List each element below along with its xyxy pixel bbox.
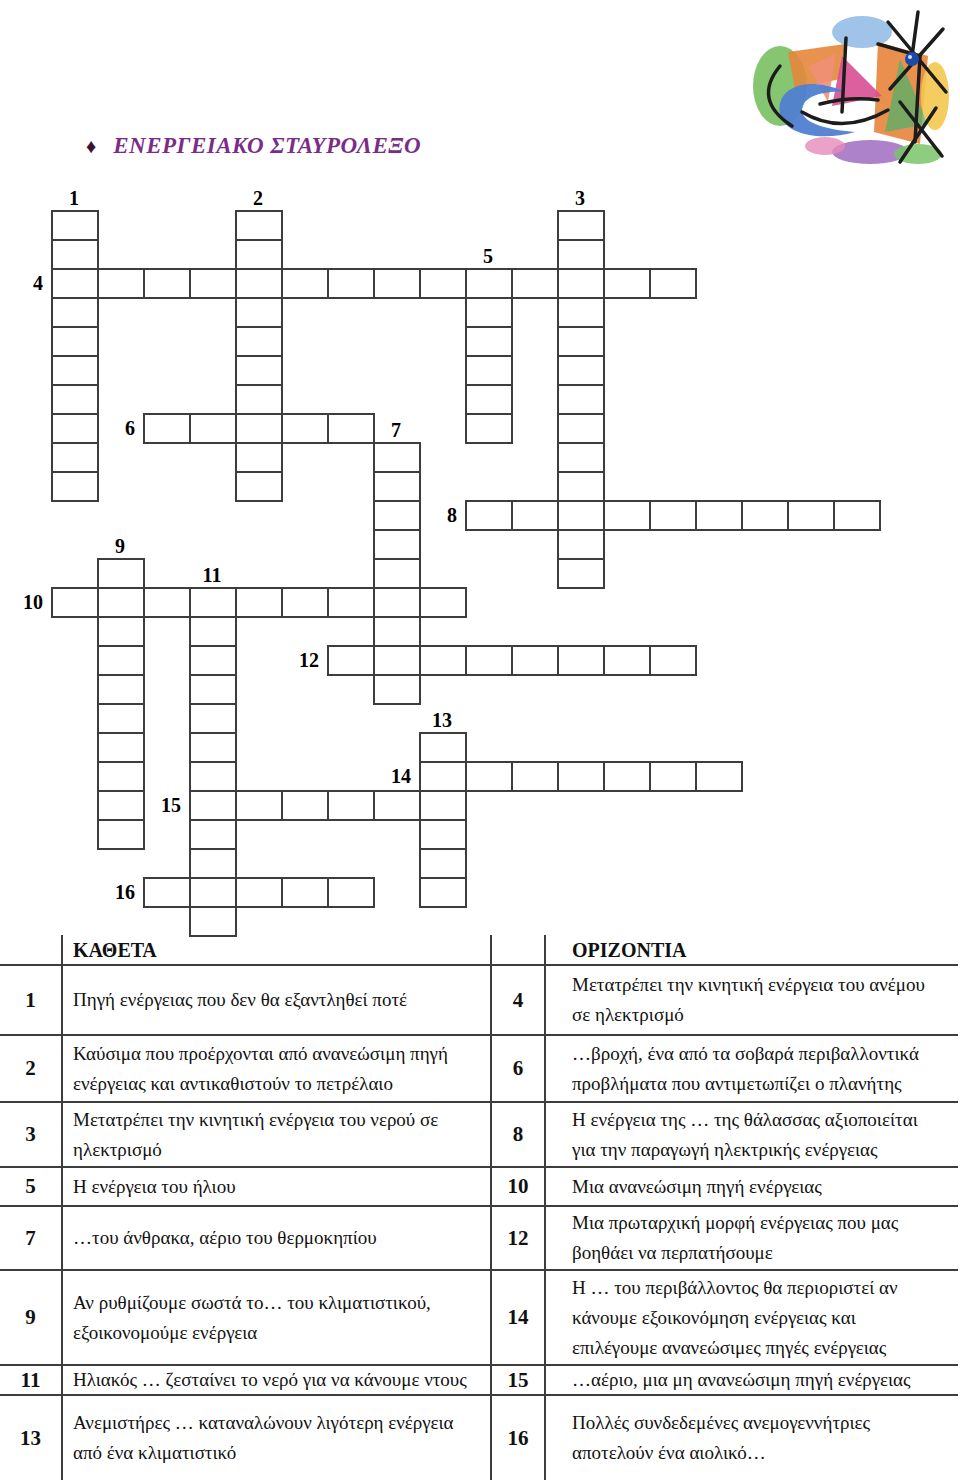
grid-cell[interactable] [465, 268, 513, 299]
clue-text-across: Η … του περιβάλλοντος θα περιοριστεί αν … [546, 1271, 958, 1364]
grid-clue-number-13: 13 [411, 708, 473, 732]
grid-cell[interactable] [373, 645, 421, 676]
across-number-column-header [492, 935, 546, 964]
grid-cell[interactable] [281, 587, 329, 618]
clue-number-down: 13 [0, 1396, 63, 1480]
grid-cell[interactable] [51, 384, 99, 415]
grid-cell[interactable] [189, 877, 237, 908]
grid-cell[interactable] [51, 471, 99, 502]
grid-clue-number-5: 5 [457, 244, 519, 268]
clue-number-down: 1 [0, 966, 63, 1034]
grid-clue-number-2: 2 [227, 186, 289, 210]
grid-cell[interactable] [97, 761, 145, 792]
grid-cell[interactable] [557, 558, 605, 589]
grid-cell[interactable] [281, 268, 329, 299]
grid-cell[interactable] [235, 442, 283, 473]
clue-text-down: Ανεμιστήρες … καταναλώνουν λιγότερη ενέρ… [63, 1396, 492, 1480]
across-header: ΟΡΙΖΟΝΤΙΑ [546, 935, 958, 964]
grid-cell[interactable] [235, 413, 283, 444]
grid-cell[interactable] [373, 558, 421, 589]
grid-cell[interactable] [235, 326, 283, 357]
grid-cell[interactable] [97, 674, 145, 705]
clue-row: 11 Ηλιακός … ζεσταίνει το νερό για να κά… [0, 1364, 958, 1394]
grid-cell[interactable] [51, 355, 99, 386]
grid-cell[interactable] [787, 500, 835, 531]
grid-cell[interactable] [649, 761, 697, 792]
grid-cell[interactable] [327, 268, 375, 299]
grid-cell[interactable] [557, 761, 605, 792]
energy-clipart-icon [750, 4, 950, 169]
down-number-column-header [0, 935, 63, 964]
grid-cell[interactable] [281, 790, 329, 821]
grid-cell[interactable] [557, 297, 605, 328]
grid-cell[interactable] [833, 500, 881, 531]
clue-text-across: …αέριο, μια μη ανανεώσιμη πηγή ενέργειας [546, 1366, 958, 1394]
grid-cell[interactable] [235, 587, 283, 618]
grid-clue-number-8: 8 [403, 500, 457, 531]
grid-cell[interactable] [557, 239, 605, 270]
grid-cell[interactable] [143, 587, 191, 618]
grid-clue-number-7: 7 [365, 418, 427, 442]
grid-cell[interactable] [51, 442, 99, 473]
grid-cell[interactable] [557, 413, 605, 444]
crossword-grid: 12345678910111213141516 [51, 210, 879, 935]
clue-text-across: Μια πρωταρχική μορφή ενέργειας που μας β… [546, 1207, 958, 1269]
clue-number-across: 14 [492, 1271, 546, 1364]
clue-text-down: Η ενέργεια του ήλιου [63, 1168, 492, 1205]
grid-cell[interactable] [235, 790, 283, 821]
grid-cell[interactable] [419, 790, 467, 821]
grid-cell[interactable] [695, 500, 743, 531]
grid-cell[interactable] [557, 500, 605, 531]
grid-clue-number-9: 9 [89, 534, 151, 558]
grid-cell[interactable] [189, 761, 237, 792]
grid-cell[interactable] [189, 616, 237, 647]
grid-cell[interactable] [373, 587, 421, 618]
grid-cell[interactable] [649, 645, 697, 676]
grid-cell[interactable] [281, 877, 329, 908]
grid-cell[interactable] [189, 732, 237, 763]
clue-text-down: …του άνθρακα, αέριο του θερμοκηπίου [63, 1207, 492, 1269]
grid-cell[interactable] [557, 384, 605, 415]
clue-text-across: Μια ανανεώσιμη πηγή ενέργειας [546, 1168, 958, 1205]
grid-cell[interactable] [603, 268, 651, 299]
grid-clue-number-16: 16 [81, 877, 135, 908]
grid-clue-number-12: 12 [265, 645, 319, 676]
grid-cell[interactable] [603, 500, 651, 531]
grid-cell[interactable] [511, 500, 559, 531]
grid-cell[interactable] [97, 645, 145, 676]
grid-cell[interactable] [51, 268, 99, 299]
clue-text-down: Αν ρυθμίζουμε σωστά το… του κλιματιστικο… [63, 1271, 492, 1364]
grid-cell[interactable] [51, 210, 99, 241]
grid-cell[interactable] [97, 616, 145, 647]
grid-cell[interactable] [189, 674, 237, 705]
grid-cell[interactable] [465, 297, 513, 328]
clue-number-across: 16 [492, 1396, 546, 1480]
grid-cell[interactable] [189, 587, 237, 618]
grid-clue-number-11: 11 [181, 563, 243, 587]
grid-cell[interactable] [373, 529, 421, 560]
grid-cell[interactable] [557, 326, 605, 357]
grid-cell[interactable] [143, 413, 191, 444]
grid-cell[interactable] [511, 268, 559, 299]
grid-cell[interactable] [143, 268, 191, 299]
grid-cell[interactable] [235, 239, 283, 270]
grid-cell[interactable] [97, 587, 145, 618]
grid-cell[interactable] [465, 413, 513, 444]
clue-text-down: Πηγή ενέργειας που δεν θα εξαντληθεί ποτ… [63, 966, 492, 1034]
clue-text-across: …βροχή, ένα από τα σοβαρά περιβαλλοντικά… [546, 1036, 958, 1101]
diamond-bullet-icon: ♦ [86, 135, 96, 158]
grid-cell[interactable] [189, 906, 237, 937]
grid-cell[interactable] [465, 326, 513, 357]
grid-cell[interactable] [603, 645, 651, 676]
clue-row: 9 Αν ρυθμίζουμε σωστά το… του κλιματιστι… [0, 1269, 958, 1364]
grid-cell[interactable] [419, 848, 467, 879]
grid-cell[interactable] [373, 790, 421, 821]
grid-clue-number-10: 10 [0, 587, 43, 618]
grid-cell[interactable] [465, 645, 513, 676]
clue-number-down: 9 [0, 1271, 63, 1364]
grid-cell[interactable] [649, 268, 697, 299]
grid-cell[interactable] [465, 761, 513, 792]
grid-cell[interactable] [97, 732, 145, 763]
clue-text-down: Καύσιμα που προέρχονται από ανανεώσιμη π… [63, 1036, 492, 1101]
grid-cell[interactable] [511, 761, 559, 792]
clue-number-down: 2 [0, 1036, 63, 1101]
clue-row: 5 Η ενέργεια του ήλιου 10 Μια ανανεώσιμη… [0, 1166, 958, 1205]
clue-text-across: Μετατρέπει την κινητική ενέργεια του ανέ… [546, 966, 958, 1034]
grid-clue-number-1: 1 [43, 186, 105, 210]
grid-cell[interactable] [419, 587, 467, 618]
grid-cell[interactable] [235, 384, 283, 415]
grid-cell[interactable] [557, 210, 605, 241]
grid-cell[interactable] [557, 529, 605, 560]
grid-cell[interactable] [51, 587, 99, 618]
clue-row: 2 Καύσιμα που προέρχονται από ανανεώσιμη… [0, 1034, 958, 1101]
grid-cell[interactable] [235, 268, 283, 299]
grid-cell[interactable] [97, 703, 145, 734]
grid-cell[interactable] [235, 877, 283, 908]
grid-cell[interactable] [281, 413, 329, 444]
grid-cell[interactable] [373, 674, 421, 705]
grid-cell[interactable] [189, 268, 237, 299]
grid-cell[interactable] [97, 819, 145, 850]
grid-cell[interactable] [373, 471, 421, 502]
grid-cell[interactable] [419, 268, 467, 299]
grid-cell[interactable] [557, 355, 605, 386]
grid-cell[interactable] [51, 326, 99, 357]
grid-cell[interactable] [327, 587, 375, 618]
grid-cell[interactable] [51, 297, 99, 328]
clues-table: ΚΑΘΕΤΑ ΟΡΙΖΟΝΤΙΑ 1 Πηγή ενέργειας που δε… [0, 935, 958, 1480]
clues-header-row: ΚΑΘΕΤΑ ΟΡΙΖΟΝΤΙΑ [0, 935, 958, 964]
grid-cell[interactable] [419, 761, 467, 792]
grid-cell[interactable] [373, 268, 421, 299]
grid-cell[interactable] [235, 471, 283, 502]
page: { "game": "crossword (Greek energy-theme… [0, 0, 960, 1480]
grid-cell[interactable] [235, 297, 283, 328]
grid-cell[interactable] [189, 413, 237, 444]
grid-cell[interactable] [189, 819, 237, 850]
grid-cell[interactable] [419, 877, 467, 908]
grid-cell[interactable] [649, 500, 697, 531]
grid-cell[interactable] [419, 732, 467, 763]
grid-cell[interactable] [741, 500, 789, 531]
grid-cell[interactable] [189, 790, 237, 821]
clue-number-down: 7 [0, 1207, 63, 1269]
title-row: ♦ ΕΝΕΡΓΕΙΑΚΟ ΣΤΑΥΡΟΛΕΞΟ [86, 133, 421, 159]
grid-cell[interactable] [419, 819, 467, 850]
clue-row: 1 Πηγή ενέργειας που δεν θα εξαντληθεί π… [0, 964, 958, 1034]
clue-row: 3 Μετατρέπει την κινητική ενέργεια του ν… [0, 1101, 958, 1166]
page-title: ΕΝΕΡΓΕΙΑΚΟ ΣΤΑΥΡΟΛΕΞΟ [113, 133, 421, 159]
clue-text-across: Πολλές συνδεδεμένες ανεμογεννήτριες αποτ… [546, 1396, 958, 1480]
clue-number-down: 3 [0, 1103, 63, 1166]
grid-clue-number-14: 14 [357, 761, 411, 792]
grid-cell[interactable] [419, 645, 467, 676]
clue-number-down: 5 [0, 1168, 63, 1205]
grid-clue-number-3: 3 [549, 186, 611, 210]
clue-number-across: 4 [492, 966, 546, 1034]
grid-cell[interactable] [465, 355, 513, 386]
grid-cell[interactable] [97, 268, 145, 299]
clue-number-across: 10 [492, 1168, 546, 1205]
grid-cell[interactable] [97, 558, 145, 589]
grid-cell[interactable] [235, 355, 283, 386]
clue-text-down: Μετατρέπει την κινητική ενέργεια του νερ… [63, 1103, 492, 1166]
clue-number-across: 12 [492, 1207, 546, 1269]
grid-cell[interactable] [557, 645, 605, 676]
grid-cell[interactable] [373, 442, 421, 473]
clue-row: 7 …του άνθρακα, αέριο του θερμοκηπίου 12… [0, 1205, 958, 1269]
grid-cell[interactable] [327, 877, 375, 908]
grid-cell[interactable] [189, 703, 237, 734]
grid-cell[interactable] [557, 268, 605, 299]
grid-cell[interactable] [373, 616, 421, 647]
grid-clue-number-15: 15 [127, 790, 181, 821]
grid-cell[interactable] [189, 645, 237, 676]
clue-text-down: Ηλιακός … ζεσταίνει το νερό για να κάνου… [63, 1366, 492, 1394]
grid-cell[interactable] [557, 471, 605, 502]
grid-cell[interactable] [327, 790, 375, 821]
grid-cell[interactable] [603, 761, 651, 792]
grid-cell[interactable] [235, 210, 283, 241]
clue-number-across: 6 [492, 1036, 546, 1101]
grid-cell[interactable] [511, 645, 559, 676]
grid-cell[interactable] [143, 877, 191, 908]
grid-cell[interactable] [465, 384, 513, 415]
grid-cell[interactable] [557, 442, 605, 473]
grid-cell[interactable] [189, 848, 237, 879]
grid-clue-number-4: 4 [0, 268, 43, 299]
grid-cell[interactable] [465, 500, 513, 531]
clue-text-across: Η ενέργεια της … της θάλασσας αξιοποιείτ… [546, 1103, 958, 1166]
clue-number-across: 15 [492, 1366, 546, 1394]
grid-cell[interactable] [51, 239, 99, 270]
clue-row: 13 Ανεμιστήρες … καταναλώνουν λιγότερη ε… [0, 1394, 958, 1480]
clue-number-down: 11 [0, 1366, 63, 1394]
grid-cell[interactable] [327, 645, 375, 676]
clue-number-across: 8 [492, 1103, 546, 1166]
grid-cell[interactable] [695, 761, 743, 792]
grid-clue-number-6: 6 [81, 413, 135, 444]
down-header: ΚΑΘΕΤΑ [63, 935, 492, 964]
